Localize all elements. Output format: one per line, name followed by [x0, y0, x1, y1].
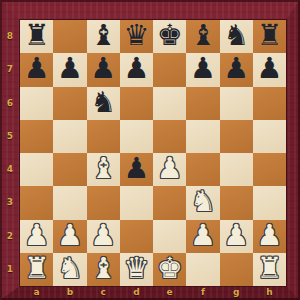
square-c8[interactable]: ♝ — [87, 20, 120, 53]
square-a8[interactable]: ♜ — [20, 20, 53, 53]
square-g4[interactable] — [220, 153, 253, 186]
square-a7[interactable]: ♟ — [20, 53, 53, 86]
square-f2[interactable]: ♟ — [186, 220, 219, 253]
piece-white-pawn[interactable]: ♟ — [24, 221, 50, 250]
square-h7[interactable]: ♟ — [253, 53, 286, 86]
piece-white-queen[interactable]: ♛ — [123, 254, 149, 283]
square-g7[interactable]: ♟ — [220, 53, 253, 86]
piece-black-pawn[interactable]: ♟ — [123, 54, 149, 83]
piece-black-pawn[interactable]: ♟ — [57, 54, 83, 83]
piece-black-queen[interactable]: ♛ — [123, 21, 149, 50]
square-e6[interactable] — [153, 87, 186, 120]
square-b8[interactable] — [53, 20, 86, 53]
chess-board: ♜♝♛♚♝♞♜♟♟♟♟♟♟♟♞♝♟♟♞♟♟♟♟♟♟♜♞♝♛♚♜ — [20, 20, 286, 286]
square-g5[interactable] — [220, 120, 253, 153]
square-f8[interactable]: ♝ — [186, 20, 219, 53]
piece-white-knight[interactable]: ♞ — [57, 254, 83, 283]
piece-black-knight[interactable]: ♞ — [223, 21, 249, 50]
square-d1[interactable]: ♛ — [120, 253, 153, 286]
square-e8[interactable]: ♚ — [153, 20, 186, 53]
square-h2[interactable]: ♟ — [253, 220, 286, 253]
square-e1[interactable]: ♚ — [153, 253, 186, 286]
piece-white-pawn[interactable]: ♟ — [223, 221, 249, 250]
square-h6[interactable] — [253, 87, 286, 120]
chess-board-widget: ♜♝♛♚♝♞♜♟♟♟♟♟♟♟♞♝♟♟♞♟♟♟♟♟♟♜♞♝♛♚♜ 87654321… — [0, 0, 300, 300]
square-d6[interactable] — [120, 87, 153, 120]
square-g3[interactable] — [220, 186, 253, 219]
square-a1[interactable]: ♜ — [20, 253, 53, 286]
square-c6[interactable]: ♞ — [87, 87, 120, 120]
piece-white-king[interactable]: ♚ — [157, 254, 183, 283]
square-c3[interactable] — [87, 186, 120, 219]
square-h5[interactable] — [253, 120, 286, 153]
square-g2[interactable]: ♟ — [220, 220, 253, 253]
square-d7[interactable]: ♟ — [120, 53, 153, 86]
square-c5[interactable] — [87, 120, 120, 153]
piece-white-pawn[interactable]: ♟ — [157, 154, 183, 183]
piece-white-rook[interactable]: ♜ — [24, 254, 50, 283]
square-c1[interactable]: ♝ — [87, 253, 120, 286]
piece-black-pawn[interactable]: ♟ — [223, 54, 249, 83]
square-h4[interactable] — [253, 153, 286, 186]
piece-black-pawn[interactable]: ♟ — [24, 54, 50, 83]
square-d4[interactable]: ♟ — [120, 153, 153, 186]
piece-white-pawn[interactable]: ♟ — [190, 221, 216, 250]
piece-white-pawn[interactable]: ♟ — [256, 221, 282, 250]
piece-white-bishop[interactable]: ♝ — [90, 154, 116, 183]
piece-black-pawn[interactable]: ♟ — [190, 54, 216, 83]
piece-black-pawn[interactable]: ♟ — [123, 154, 149, 183]
piece-white-pawn[interactable]: ♟ — [90, 221, 116, 250]
square-h3[interactable] — [253, 186, 286, 219]
piece-black-rook[interactable]: ♜ — [256, 21, 282, 50]
square-g1[interactable] — [220, 253, 253, 286]
piece-black-pawn[interactable]: ♟ — [90, 54, 116, 83]
square-g8[interactable]: ♞ — [220, 20, 253, 53]
square-e5[interactable] — [153, 120, 186, 153]
square-h1[interactable]: ♜ — [253, 253, 286, 286]
square-f7[interactable]: ♟ — [186, 53, 219, 86]
piece-black-knight[interactable]: ♞ — [90, 88, 116, 117]
piece-white-bishop[interactable]: ♝ — [90, 254, 116, 283]
square-f1[interactable] — [186, 253, 219, 286]
square-a4[interactable] — [20, 153, 53, 186]
square-a6[interactable] — [20, 87, 53, 120]
square-b3[interactable] — [53, 186, 86, 219]
square-f6[interactable] — [186, 87, 219, 120]
piece-white-knight[interactable]: ♞ — [190, 187, 216, 216]
square-b7[interactable]: ♟ — [53, 53, 86, 86]
square-e7[interactable] — [153, 53, 186, 86]
square-d8[interactable]: ♛ — [120, 20, 153, 53]
piece-black-bishop[interactable]: ♝ — [190, 21, 216, 50]
square-d2[interactable] — [120, 220, 153, 253]
square-b4[interactable] — [53, 153, 86, 186]
square-e2[interactable] — [153, 220, 186, 253]
piece-white-pawn[interactable]: ♟ — [57, 221, 83, 250]
square-e4[interactable]: ♟ — [153, 153, 186, 186]
piece-white-rook[interactable]: ♜ — [256, 254, 282, 283]
square-b1[interactable]: ♞ — [53, 253, 86, 286]
square-d3[interactable] — [120, 186, 153, 219]
square-a3[interactable] — [20, 186, 53, 219]
square-f5[interactable] — [186, 120, 219, 153]
square-c7[interactable]: ♟ — [87, 53, 120, 86]
square-e3[interactable] — [153, 186, 186, 219]
square-a2[interactable]: ♟ — [20, 220, 53, 253]
square-h8[interactable]: ♜ — [253, 20, 286, 53]
square-b6[interactable] — [53, 87, 86, 120]
square-f4[interactable] — [186, 153, 219, 186]
piece-black-rook[interactable]: ♜ — [24, 21, 50, 50]
piece-black-pawn[interactable]: ♟ — [256, 54, 282, 83]
square-b2[interactable]: ♟ — [53, 220, 86, 253]
square-c4[interactable]: ♝ — [87, 153, 120, 186]
piece-black-king[interactable]: ♚ — [157, 21, 183, 50]
square-b5[interactable] — [53, 120, 86, 153]
square-c2[interactable]: ♟ — [87, 220, 120, 253]
square-f3[interactable]: ♞ — [186, 186, 219, 219]
piece-black-bishop[interactable]: ♝ — [90, 21, 116, 50]
square-g6[interactable] — [220, 87, 253, 120]
square-a5[interactable] — [20, 120, 53, 153]
square-d5[interactable] — [120, 120, 153, 153]
